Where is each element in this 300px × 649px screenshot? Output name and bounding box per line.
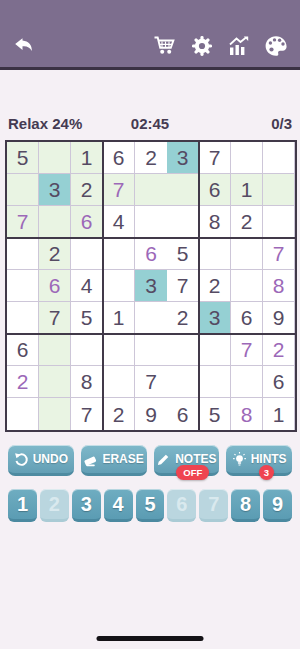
cell-r7c1[interactable]: 6 bbox=[7, 334, 39, 366]
digit-button-7: 7 bbox=[199, 489, 228, 522]
cell-r7c7[interactable] bbox=[199, 334, 231, 366]
cell-r1c4[interactable]: 6 bbox=[103, 142, 135, 174]
cell-r4c8[interactable] bbox=[231, 238, 263, 270]
digit-button-3[interactable]: 3 bbox=[72, 489, 101, 522]
cell-r4c2[interactable]: 2 bbox=[39, 238, 71, 270]
cell-r6c8[interactable]: 6 bbox=[231, 302, 263, 334]
cell-r6c2[interactable]: 7 bbox=[39, 302, 71, 334]
digit-button-1[interactable]: 1 bbox=[8, 489, 37, 522]
hints-button[interactable]: HINTS 3 bbox=[226, 445, 292, 476]
cell-r2c5[interactable] bbox=[135, 174, 167, 206]
cell-r5c8[interactable] bbox=[231, 270, 263, 302]
action-bar: UNDO ERASE NOTES OFF HINTS 3 bbox=[8, 445, 292, 476]
cell-r3c5[interactable] bbox=[135, 206, 167, 238]
cell-r9c4[interactable]: 2 bbox=[103, 398, 135, 430]
cell-r4c5[interactable]: 6 bbox=[135, 238, 167, 270]
cell-r4c9[interactable]: 7 bbox=[263, 238, 295, 270]
cell-r3c8[interactable]: 2 bbox=[231, 206, 263, 238]
cell-r9c2[interactable] bbox=[39, 398, 71, 430]
notes-off-badge: OFF bbox=[176, 465, 209, 480]
undo-button[interactable]: UNDO bbox=[8, 445, 74, 476]
cell-r8c6[interactable] bbox=[167, 366, 199, 398]
cell-r7c5[interactable] bbox=[135, 334, 167, 366]
cell-r8c5[interactable]: 7 bbox=[135, 366, 167, 398]
cell-r1c7[interactable]: 7 bbox=[199, 142, 231, 174]
cell-r4c3[interactable] bbox=[71, 238, 103, 270]
digit-button-8[interactable]: 8 bbox=[231, 489, 260, 522]
eraser-icon bbox=[83, 452, 98, 467]
cell-r9c5[interactable]: 9 bbox=[135, 398, 167, 430]
cell-r3c4[interactable]: 4 bbox=[103, 206, 135, 238]
cell-r6c6[interactable]: 2 bbox=[167, 302, 199, 334]
home-indicator bbox=[97, 636, 204, 641]
cell-r8c3[interactable]: 8 bbox=[71, 366, 103, 398]
cell-r6c7[interactable]: 3 bbox=[199, 302, 231, 334]
cell-r9c7[interactable]: 5 bbox=[199, 398, 231, 430]
cell-r9c1[interactable] bbox=[7, 398, 39, 430]
cell-r4c6[interactable]: 5 bbox=[167, 238, 199, 270]
settings-gear-icon[interactable] bbox=[190, 34, 214, 58]
theme-palette-icon[interactable] bbox=[264, 34, 288, 58]
cell-r5c1[interactable] bbox=[7, 270, 39, 302]
notes-button[interactable]: NOTES OFF bbox=[154, 445, 220, 476]
cell-r2c6[interactable] bbox=[167, 174, 199, 206]
cell-r9c6[interactable]: 6 bbox=[167, 398, 199, 430]
hints-count-badge: 3 bbox=[259, 465, 274, 480]
statistics-icon[interactable] bbox=[227, 34, 251, 58]
cell-r1c9[interactable] bbox=[263, 142, 295, 174]
cell-r2c4[interactable]: 7 bbox=[103, 174, 135, 206]
cell-r3c9[interactable] bbox=[263, 206, 295, 238]
cell-r3c7[interactable]: 8 bbox=[199, 206, 231, 238]
timer: 02:45 bbox=[8, 115, 292, 132]
digit-button-6: 6 bbox=[167, 489, 196, 522]
top-bar bbox=[0, 0, 300, 70]
cell-r9c9[interactable]: 1 bbox=[263, 398, 295, 430]
cell-r4c1[interactable] bbox=[7, 238, 39, 270]
cell-r2c9[interactable] bbox=[263, 174, 295, 206]
cell-r8c1[interactable]: 2 bbox=[7, 366, 39, 398]
cell-r6c9[interactable]: 9 bbox=[263, 302, 295, 334]
cell-r2c2[interactable]: 3 bbox=[39, 174, 71, 206]
cell-r1c1[interactable]: 5 bbox=[7, 142, 39, 174]
cell-r5c5[interactable]: 3 bbox=[135, 270, 167, 302]
cell-r8c8[interactable] bbox=[231, 366, 263, 398]
cell-r9c8[interactable]: 8 bbox=[231, 398, 263, 430]
cell-r8c9[interactable]: 6 bbox=[263, 366, 295, 398]
sudoku-board: 5162373276176482265764372875123696722876… bbox=[5, 140, 297, 432]
cell-r8c4[interactable] bbox=[103, 366, 135, 398]
undo-icon bbox=[14, 452, 29, 467]
cell-r6c4[interactable]: 1 bbox=[103, 302, 135, 334]
digit-button-2: 2 bbox=[40, 489, 69, 522]
digit-button-5[interactable]: 5 bbox=[136, 489, 165, 522]
cell-r2c3[interactable]: 2 bbox=[71, 174, 103, 206]
cell-r3c2[interactable] bbox=[39, 206, 71, 238]
cell-r7c2[interactable] bbox=[39, 334, 71, 366]
cell-r5c3[interactable]: 4 bbox=[71, 270, 103, 302]
cell-r9c3[interactable]: 7 bbox=[71, 398, 103, 430]
cell-r5c6[interactable]: 7 bbox=[167, 270, 199, 302]
back-icon[interactable] bbox=[12, 34, 36, 58]
cell-r1c5[interactable]: 2 bbox=[135, 142, 167, 174]
cell-r5c7[interactable]: 2 bbox=[199, 270, 231, 302]
digit-button-9[interactable]: 9 bbox=[263, 489, 292, 522]
cell-r4c7[interactable] bbox=[199, 238, 231, 270]
cell-r1c3[interactable]: 1 bbox=[71, 142, 103, 174]
cell-r1c8[interactable] bbox=[231, 142, 263, 174]
cell-r3c1[interactable]: 7 bbox=[7, 206, 39, 238]
cell-r7c3[interactable] bbox=[71, 334, 103, 366]
cell-r8c2[interactable] bbox=[39, 366, 71, 398]
cell-r6c3[interactable]: 5 bbox=[71, 302, 103, 334]
cell-r7c4[interactable] bbox=[103, 334, 135, 366]
cell-r2c1[interactable] bbox=[7, 174, 39, 206]
cell-r5c9[interactable]: 8 bbox=[263, 270, 295, 302]
cell-r4c4[interactable] bbox=[103, 238, 135, 270]
erase-button[interactable]: ERASE bbox=[81, 445, 147, 476]
pencil-icon bbox=[156, 452, 171, 467]
cell-r2c7[interactable]: 6 bbox=[199, 174, 231, 206]
digit-button-4[interactable]: 4 bbox=[104, 489, 133, 522]
cell-r7c6[interactable] bbox=[167, 334, 199, 366]
cell-r6c5[interactable] bbox=[135, 302, 167, 334]
cell-r7c8[interactable]: 7 bbox=[231, 334, 263, 366]
status-row: Relax 24% 02:45 0/3 bbox=[8, 115, 292, 132]
cell-r1c2[interactable] bbox=[39, 142, 71, 174]
shop-cart-icon[interactable] bbox=[153, 34, 177, 58]
cell-r2c8[interactable]: 1 bbox=[231, 174, 263, 206]
numpad: 123456789 bbox=[8, 489, 292, 522]
cell-r5c4[interactable] bbox=[103, 270, 135, 302]
cell-r7c9[interactable]: 2 bbox=[263, 334, 295, 366]
cell-r3c6[interactable] bbox=[167, 206, 199, 238]
bulb-icon bbox=[232, 452, 247, 467]
cell-r3c3[interactable]: 6 bbox=[71, 206, 103, 238]
cell-r5c2[interactable]: 6 bbox=[39, 270, 71, 302]
cell-r8c7[interactable] bbox=[199, 366, 231, 398]
cell-r6c1[interactable] bbox=[7, 302, 39, 334]
cell-r1c6[interactable]: 3 bbox=[167, 142, 199, 174]
